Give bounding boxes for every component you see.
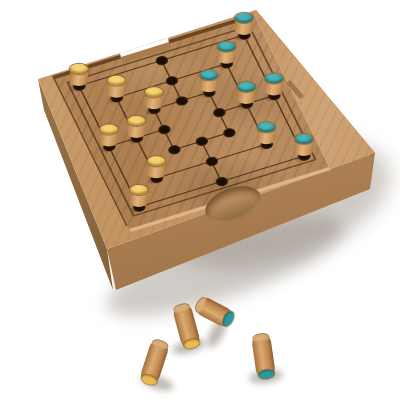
peg-cylinder — [70, 64, 88, 86]
board-hole — [203, 155, 219, 167]
teal-cap-icon — [295, 134, 313, 144]
board-hole — [173, 95, 189, 107]
peg-cylinder — [147, 156, 165, 178]
peg-cylinder — [100, 124, 118, 146]
teal-cap-icon — [235, 13, 253, 23]
board-hole — [153, 54, 169, 66]
yellow-cap-icon — [127, 116, 145, 126]
yellow-cap-icon — [107, 76, 125, 86]
yellow-cap-icon — [147, 156, 165, 166]
teal-cap-icon — [265, 73, 283, 83]
peg-cylinder — [237, 82, 255, 104]
board-hole — [213, 175, 229, 187]
yellow-cap-icon — [130, 185, 148, 195]
peg-cylinder — [295, 134, 313, 156]
peg-cylinder — [107, 76, 125, 98]
peg-cylinder — [235, 13, 253, 35]
yellow-cap-icon — [70, 64, 88, 74]
peg-cylinder — [265, 73, 283, 95]
board-hole — [211, 106, 227, 118]
peg-cylinder — [145, 87, 163, 109]
peg-cylinder — [200, 70, 218, 92]
board-hole — [163, 74, 179, 86]
board-hole — [156, 123, 172, 135]
board-hole — [166, 143, 182, 155]
teal-cap-icon — [217, 42, 235, 52]
peg-cylinder — [217, 42, 235, 64]
product-photo-scene — [0, 0, 400, 400]
peg-cylinder — [130, 185, 148, 207]
peg-cylinder — [127, 116, 145, 138]
yellow-cap-icon — [100, 124, 118, 134]
teal-cap-icon — [200, 70, 218, 80]
board-hole — [221, 126, 237, 138]
peg-cylinder — [257, 122, 275, 144]
teal-cap-icon — [237, 82, 255, 92]
teal-cap-icon — [257, 122, 275, 132]
yellow-cap-icon — [145, 87, 163, 97]
board-hole — [193, 135, 209, 147]
